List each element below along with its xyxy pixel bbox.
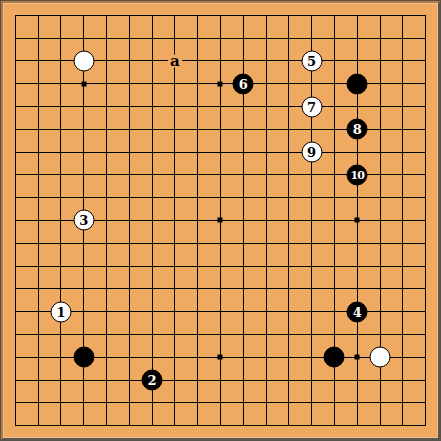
- intersection: 6: [232, 72, 255, 95]
- intersection: [186, 27, 209, 50]
- intersection: [369, 232, 392, 255]
- intersection: [95, 141, 118, 164]
- intersection: [27, 186, 50, 209]
- intersection: [369, 255, 392, 278]
- intersection: [277, 300, 300, 323]
- intersection: [277, 369, 300, 392]
- intersection: [118, 391, 141, 414]
- intersection: [391, 232, 414, 255]
- star-point: [218, 218, 223, 223]
- intersection: [232, 300, 255, 323]
- intersection: [164, 27, 187, 50]
- intersection: [72, 186, 95, 209]
- intersection: [95, 72, 118, 95]
- intersection: [72, 277, 95, 300]
- board-frame-highlight: a56789103142: [3, 3, 438, 438]
- intersection: [391, 369, 414, 392]
- intersection: [277, 277, 300, 300]
- intersection: [50, 277, 73, 300]
- move-number: 6: [239, 77, 248, 90]
- intersection: [323, 346, 346, 369]
- intersection: [209, 186, 232, 209]
- intersection: [255, 95, 278, 118]
- intersection: [232, 391, 255, 414]
- intersection: [27, 118, 50, 141]
- intersection: [118, 232, 141, 255]
- intersection: [391, 323, 414, 346]
- intersection: [300, 118, 323, 141]
- intersection: [141, 209, 164, 232]
- intersection: [50, 391, 73, 414]
- intersection: [346, 4, 369, 27]
- intersection: [141, 4, 164, 27]
- intersection: [277, 232, 300, 255]
- intersection: [346, 391, 369, 414]
- intersection: [141, 50, 164, 73]
- intersection: [4, 72, 27, 95]
- intersection: [27, 300, 50, 323]
- intersection: [118, 27, 141, 50]
- intersection: a: [164, 50, 187, 73]
- intersection: [209, 164, 232, 187]
- intersection: [50, 72, 73, 95]
- stone-black-move-8: 8: [347, 119, 368, 140]
- intersection: [27, 323, 50, 346]
- intersection: 1: [50, 300, 73, 323]
- intersection: [164, 95, 187, 118]
- intersection: [369, 164, 392, 187]
- intersection: [50, 323, 73, 346]
- intersection: [277, 141, 300, 164]
- intersection: [414, 346, 437, 369]
- intersection: [72, 72, 95, 95]
- intersection: [232, 50, 255, 73]
- intersection: [141, 346, 164, 369]
- intersection: [141, 27, 164, 50]
- intersection: [414, 209, 437, 232]
- intersection: [141, 277, 164, 300]
- intersection: 9: [300, 141, 323, 164]
- move-number: 3: [79, 214, 88, 227]
- intersection: [118, 50, 141, 73]
- stone-black-move-2: 2: [142, 370, 163, 391]
- intersection: [50, 369, 73, 392]
- intersection: [95, 277, 118, 300]
- intersection: [414, 255, 437, 278]
- intersection: [141, 255, 164, 278]
- intersection: [300, 277, 323, 300]
- intersection: [27, 277, 50, 300]
- intersection: [391, 164, 414, 187]
- intersection: [414, 277, 437, 300]
- intersection: [414, 72, 437, 95]
- intersection: [4, 300, 27, 323]
- intersection: [300, 72, 323, 95]
- intersection: [95, 209, 118, 232]
- intersection: [255, 141, 278, 164]
- intersection: [72, 164, 95, 187]
- move-number: 9: [307, 146, 316, 159]
- intersection: [95, 414, 118, 437]
- board-frame-bevel: a56789103142: [1, 1, 440, 440]
- star-point: [355, 218, 360, 223]
- intersection: [164, 141, 187, 164]
- intersection: [95, 118, 118, 141]
- intersection: [300, 27, 323, 50]
- intersection: [232, 164, 255, 187]
- intersection: [232, 277, 255, 300]
- intersection: [141, 232, 164, 255]
- intersection: [164, 323, 187, 346]
- intersection: [50, 141, 73, 164]
- intersection: [209, 141, 232, 164]
- star-point: [218, 355, 223, 360]
- intersection: [232, 95, 255, 118]
- intersection: [232, 209, 255, 232]
- intersection: [4, 255, 27, 278]
- intersection: [50, 95, 73, 118]
- intersection: [232, 118, 255, 141]
- intersection: [346, 277, 369, 300]
- intersection: 3: [72, 209, 95, 232]
- intersection: [209, 323, 232, 346]
- move-number: 2: [148, 374, 157, 387]
- intersection: [255, 323, 278, 346]
- intersection: [72, 323, 95, 346]
- intersection: [95, 27, 118, 50]
- intersection: [4, 323, 27, 346]
- intersection: [414, 164, 437, 187]
- intersection: [118, 141, 141, 164]
- intersection: [209, 232, 232, 255]
- intersection: [255, 232, 278, 255]
- intersection: [27, 391, 50, 414]
- intersection: [209, 391, 232, 414]
- stone-black-move-6: 6: [233, 73, 254, 94]
- intersection: [255, 391, 278, 414]
- intersection: 8: [346, 118, 369, 141]
- intersection: [391, 50, 414, 73]
- intersection: [232, 232, 255, 255]
- intersection: [141, 414, 164, 437]
- intersection: [4, 118, 27, 141]
- stone-white-move-1: 1: [50, 301, 71, 322]
- intersection: [27, 27, 50, 50]
- intersection: [118, 118, 141, 141]
- intersection: [323, 209, 346, 232]
- intersection: [164, 186, 187, 209]
- intersection: [209, 255, 232, 278]
- intersection: [95, 391, 118, 414]
- intersection: [118, 277, 141, 300]
- intersection: [118, 414, 141, 437]
- intersection: [72, 50, 95, 73]
- intersection: [186, 164, 209, 187]
- intersection: [95, 186, 118, 209]
- intersection: [391, 95, 414, 118]
- intersection: [391, 27, 414, 50]
- intersection: [164, 232, 187, 255]
- intersection: [369, 118, 392, 141]
- intersection: [118, 4, 141, 27]
- intersection: [414, 232, 437, 255]
- intersection: [50, 4, 73, 27]
- intersection: [209, 414, 232, 437]
- intersection: [164, 209, 187, 232]
- intersection: [369, 4, 392, 27]
- intersection: [50, 186, 73, 209]
- intersection: [391, 391, 414, 414]
- intersection: [323, 255, 346, 278]
- intersection: [323, 27, 346, 50]
- intersection: [186, 95, 209, 118]
- intersection: [277, 95, 300, 118]
- go-board: a56789103142: [4, 4, 437, 437]
- stone-black-move-10: 10: [347, 164, 368, 185]
- move-number: 7: [307, 100, 316, 113]
- intersection: [141, 118, 164, 141]
- intersection: [255, 209, 278, 232]
- intersection: [277, 414, 300, 437]
- intersection: [346, 141, 369, 164]
- intersection: [4, 95, 27, 118]
- intersection: [414, 4, 437, 27]
- intersection: [27, 346, 50, 369]
- intersection: [300, 4, 323, 27]
- intersection: [232, 323, 255, 346]
- intersection: [27, 255, 50, 278]
- star-point: [81, 81, 86, 86]
- stone-white-move-9: 9: [301, 142, 322, 163]
- intersection: [346, 232, 369, 255]
- intersection: [255, 300, 278, 323]
- intersection: [72, 300, 95, 323]
- intersection: [118, 346, 141, 369]
- intersection: [300, 232, 323, 255]
- intersection: [414, 118, 437, 141]
- intersection: [369, 300, 392, 323]
- intersection: [414, 27, 437, 50]
- intersection: [255, 4, 278, 27]
- intersection: [369, 186, 392, 209]
- intersection: [50, 232, 73, 255]
- intersection: [391, 277, 414, 300]
- intersection: [369, 27, 392, 50]
- intersection: [391, 186, 414, 209]
- intersection: [50, 27, 73, 50]
- intersection: [186, 118, 209, 141]
- intersection: [255, 277, 278, 300]
- intersection: [141, 323, 164, 346]
- intersection: [346, 27, 369, 50]
- intersection: [164, 118, 187, 141]
- intersection: [300, 164, 323, 187]
- intersection: [391, 414, 414, 437]
- intersection: [232, 414, 255, 437]
- intersection: [72, 118, 95, 141]
- move-number: 8: [353, 123, 362, 136]
- intersection: [346, 186, 369, 209]
- intersection: [300, 255, 323, 278]
- intersection: [300, 346, 323, 369]
- intersection: [255, 346, 278, 369]
- intersection: [369, 323, 392, 346]
- intersection: [323, 141, 346, 164]
- intersection: [369, 50, 392, 73]
- intersection: [118, 95, 141, 118]
- intersection: [209, 277, 232, 300]
- intersection: [346, 414, 369, 437]
- intersection: [50, 164, 73, 187]
- intersection: [391, 255, 414, 278]
- intersection: [95, 369, 118, 392]
- intersection: [300, 186, 323, 209]
- intersection: [186, 4, 209, 27]
- intersection: [72, 141, 95, 164]
- intersection: [414, 391, 437, 414]
- intersection: [323, 369, 346, 392]
- intersection: [346, 255, 369, 278]
- intersection: [27, 95, 50, 118]
- intersection: [232, 4, 255, 27]
- stone-black: [347, 73, 368, 94]
- move-number: 10: [351, 169, 364, 180]
- intersection: [277, 72, 300, 95]
- intersection: [414, 95, 437, 118]
- intersection: [141, 72, 164, 95]
- intersection: [72, 414, 95, 437]
- intersection: [141, 391, 164, 414]
- stone-black: [324, 347, 345, 368]
- intersection: [369, 277, 392, 300]
- intersection: [186, 72, 209, 95]
- intersection: [346, 209, 369, 232]
- intersection: [118, 369, 141, 392]
- intersection: [323, 4, 346, 27]
- intersection: [27, 164, 50, 187]
- intersection: [95, 232, 118, 255]
- intersection: [27, 414, 50, 437]
- intersection: [232, 346, 255, 369]
- intersection: [255, 164, 278, 187]
- intersection: [72, 346, 95, 369]
- intersection: [369, 72, 392, 95]
- intersection: [209, 369, 232, 392]
- intersection: [255, 186, 278, 209]
- intersection: [323, 277, 346, 300]
- intersection: [141, 164, 164, 187]
- intersection: [27, 209, 50, 232]
- intersection: [391, 118, 414, 141]
- intersection: [346, 72, 369, 95]
- intersection: [27, 141, 50, 164]
- intersection: [118, 300, 141, 323]
- intersection: [186, 346, 209, 369]
- intersection: [4, 141, 27, 164]
- star-point: [355, 355, 360, 360]
- intersection: 4: [346, 300, 369, 323]
- intersection: [300, 300, 323, 323]
- intersection: [209, 209, 232, 232]
- intersection: [186, 186, 209, 209]
- intersection: [346, 95, 369, 118]
- intersection: [72, 391, 95, 414]
- intersection: [72, 255, 95, 278]
- intersection: [118, 323, 141, 346]
- move-number: 1: [56, 305, 65, 318]
- intersection: [414, 414, 437, 437]
- intersection: [95, 300, 118, 323]
- intersection: [369, 346, 392, 369]
- intersection: [323, 323, 346, 346]
- intersection: [118, 72, 141, 95]
- stone-white-move-5: 5: [301, 50, 322, 71]
- stone-black-move-4: 4: [347, 301, 368, 322]
- intersection: [300, 323, 323, 346]
- intersection: [323, 414, 346, 437]
- intersection: [4, 50, 27, 73]
- intersection: [391, 346, 414, 369]
- intersection: [118, 255, 141, 278]
- intersection: [391, 72, 414, 95]
- intersection: [72, 95, 95, 118]
- intersection: [391, 4, 414, 27]
- intersection: [232, 186, 255, 209]
- intersection: 5: [300, 50, 323, 73]
- stone-white: [370, 347, 391, 368]
- intersection: [300, 209, 323, 232]
- intersection: [323, 300, 346, 323]
- intersection: [141, 95, 164, 118]
- intersection: [209, 50, 232, 73]
- intersection: [141, 300, 164, 323]
- intersection: [414, 186, 437, 209]
- intersection: [72, 27, 95, 50]
- intersection: [4, 391, 27, 414]
- move-number: 4: [353, 305, 362, 318]
- intersection: [164, 346, 187, 369]
- intersection: [369, 369, 392, 392]
- intersection: [209, 72, 232, 95]
- stone-black: [73, 347, 94, 368]
- intersection: [50, 118, 73, 141]
- intersection: [232, 27, 255, 50]
- intersection: [300, 414, 323, 437]
- intersection: [27, 4, 50, 27]
- intersection: [95, 4, 118, 27]
- board-frame-outer: a56789103142: [0, 0, 441, 441]
- intersection: [414, 50, 437, 73]
- intersection: [186, 232, 209, 255]
- point-label-a: a: [168, 54, 182, 67]
- intersection: [118, 186, 141, 209]
- intersection: [277, 346, 300, 369]
- intersection: [346, 323, 369, 346]
- intersection: [277, 50, 300, 73]
- intersection: [4, 4, 27, 27]
- intersection: [4, 346, 27, 369]
- intersection: [414, 323, 437, 346]
- intersection: [391, 141, 414, 164]
- intersection: [323, 95, 346, 118]
- intersection: [141, 141, 164, 164]
- intersection: [323, 164, 346, 187]
- stone-white-move-3: 3: [73, 210, 94, 231]
- intersection: [4, 186, 27, 209]
- intersection: [164, 391, 187, 414]
- intersection: [209, 300, 232, 323]
- intersection: [369, 391, 392, 414]
